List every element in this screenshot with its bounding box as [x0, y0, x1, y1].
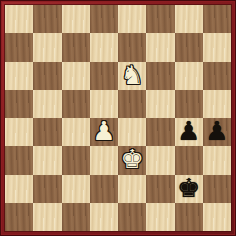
square-h8[interactable]: [203, 5, 231, 33]
square-d6[interactable]: [90, 62, 118, 90]
square-c6[interactable]: [62, 62, 90, 90]
square-a8[interactable]: [5, 5, 33, 33]
square-a2[interactable]: [5, 175, 33, 203]
square-g8[interactable]: [175, 5, 203, 33]
square-g6[interactable]: [175, 62, 203, 90]
board-frame: ♞♟♟♟♚♚: [0, 0, 236, 236]
black-king-g2[interactable]: ♚: [177, 175, 200, 201]
square-f5[interactable]: [146, 90, 174, 118]
square-f7[interactable]: [146, 33, 174, 61]
square-h2[interactable]: [203, 175, 231, 203]
square-d5[interactable]: [90, 90, 118, 118]
square-f6[interactable]: [146, 62, 174, 90]
square-h5[interactable]: [203, 90, 231, 118]
square-h6[interactable]: [203, 62, 231, 90]
square-a7[interactable]: [5, 33, 33, 61]
square-b8[interactable]: [33, 5, 61, 33]
black-pawn-h4[interactable]: ♟: [205, 118, 228, 144]
square-h7[interactable]: [203, 33, 231, 61]
square-g3[interactable]: [175, 146, 203, 174]
square-e5[interactable]: [118, 90, 146, 118]
square-f3[interactable]: [146, 146, 174, 174]
square-b6[interactable]: [33, 62, 61, 90]
square-c3[interactable]: [62, 146, 90, 174]
square-e6[interactable]: ♞: [118, 62, 146, 90]
square-h1[interactable]: [203, 203, 231, 231]
square-g2[interactable]: ♚: [175, 175, 203, 203]
square-h4[interactable]: ♟: [203, 118, 231, 146]
white-king-e3[interactable]: ♚: [120, 146, 143, 172]
square-f8[interactable]: [146, 5, 174, 33]
square-f4[interactable]: [146, 118, 174, 146]
square-a3[interactable]: [5, 146, 33, 174]
square-b3[interactable]: [33, 146, 61, 174]
square-b4[interactable]: [33, 118, 61, 146]
square-f2[interactable]: [146, 175, 174, 203]
square-a6[interactable]: [5, 62, 33, 90]
square-e4[interactable]: [118, 118, 146, 146]
square-b1[interactable]: [33, 203, 61, 231]
square-e1[interactable]: [118, 203, 146, 231]
white-knight-e6[interactable]: ♞: [120, 62, 143, 88]
square-b5[interactable]: [33, 90, 61, 118]
square-h3[interactable]: [203, 146, 231, 174]
square-d7[interactable]: [90, 33, 118, 61]
square-g7[interactable]: [175, 33, 203, 61]
black-pawn-g4[interactable]: ♟: [177, 118, 200, 144]
square-d2[interactable]: [90, 175, 118, 203]
square-d4[interactable]: ♟: [90, 118, 118, 146]
square-a1[interactable]: [5, 203, 33, 231]
square-c1[interactable]: [62, 203, 90, 231]
square-c7[interactable]: [62, 33, 90, 61]
square-c5[interactable]: [62, 90, 90, 118]
white-pawn-d4[interactable]: ♟: [92, 118, 115, 144]
square-f1[interactable]: [146, 203, 174, 231]
square-b2[interactable]: [33, 175, 61, 203]
square-c4[interactable]: [62, 118, 90, 146]
square-e8[interactable]: [118, 5, 146, 33]
square-e7[interactable]: [118, 33, 146, 61]
square-c2[interactable]: [62, 175, 90, 203]
square-d1[interactable]: [90, 203, 118, 231]
square-e2[interactable]: [118, 175, 146, 203]
square-g4[interactable]: ♟: [175, 118, 203, 146]
square-a4[interactable]: [5, 118, 33, 146]
square-b7[interactable]: [33, 33, 61, 61]
square-g5[interactable]: [175, 90, 203, 118]
square-a5[interactable]: [5, 90, 33, 118]
square-c8[interactable]: [62, 5, 90, 33]
square-d8[interactable]: [90, 5, 118, 33]
square-e3[interactable]: ♚: [118, 146, 146, 174]
square-d3[interactable]: [90, 146, 118, 174]
chess-board: ♞♟♟♟♚♚: [5, 5, 231, 231]
square-g1[interactable]: [175, 203, 203, 231]
